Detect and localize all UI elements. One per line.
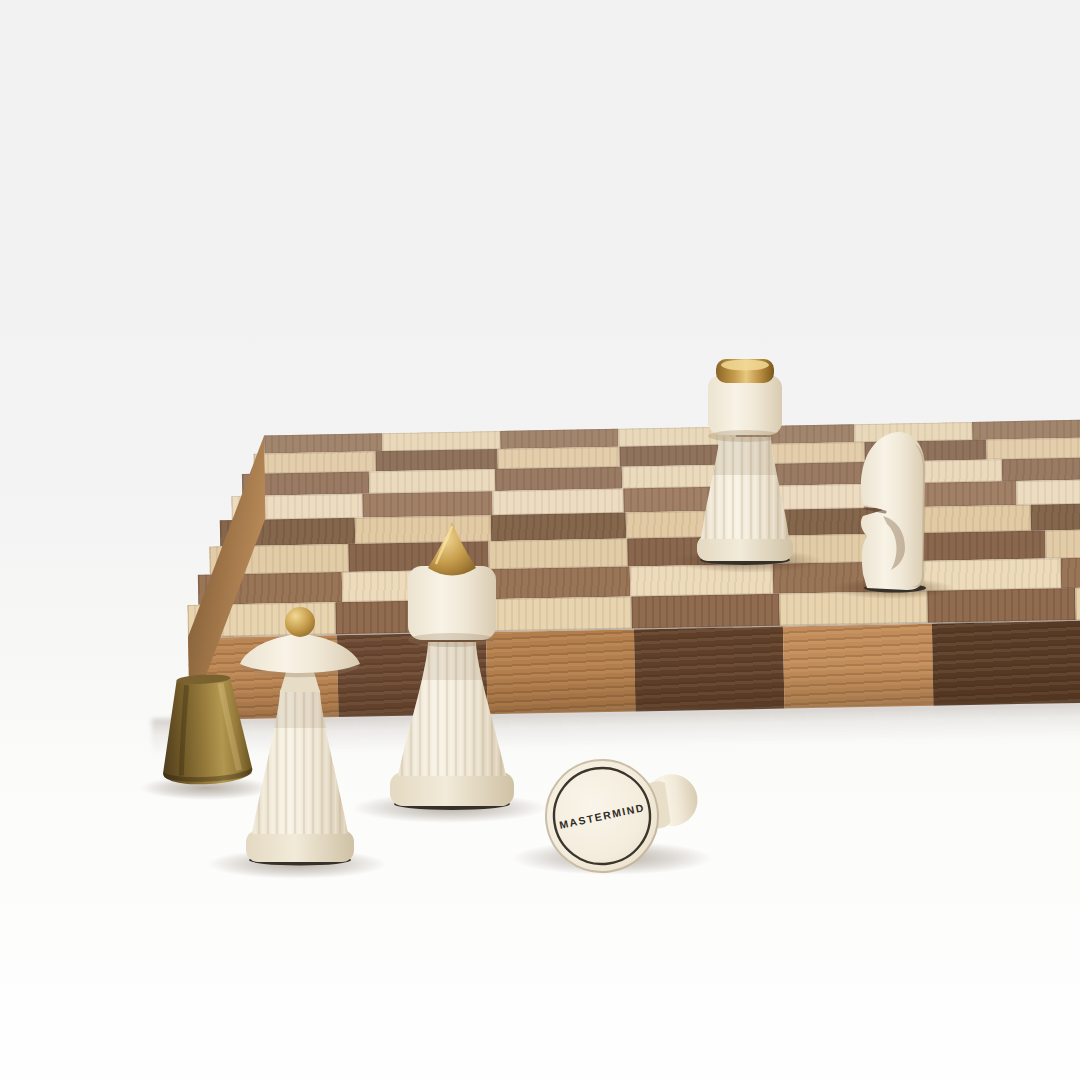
- white-king-piece: [382, 518, 522, 816]
- square-r1c6-maple: [987, 437, 1080, 459]
- square-r1c1-walnut: [375, 449, 498, 471]
- square-r0c0-walnut: [264, 433, 382, 453]
- square-r6c3-maple: [629, 564, 773, 597]
- square-r3c1-walnut: [362, 491, 493, 518]
- white-pawn-fallen-piece: MASTERMIND: [538, 748, 733, 888]
- product-photo-scene: MASTERMIND: [0, 0, 1080, 1080]
- face-block-walnut: [634, 627, 784, 712]
- square-r7c4-maple: [779, 591, 928, 626]
- square-r6c6-walnut: [1060, 555, 1080, 588]
- square-r6c5-maple: [917, 558, 1061, 591]
- brass-cup-piece: [153, 670, 265, 794]
- square-r1c0-maple: [253, 451, 376, 473]
- face-block-maple: [783, 624, 933, 709]
- white-knight-piece: [853, 424, 933, 596]
- square-r1c2-maple: [498, 447, 621, 469]
- square-r3c2-maple: [493, 489, 624, 516]
- face-block-walnut: [932, 621, 1080, 706]
- square-r7c3-walnut: [631, 594, 780, 629]
- square-r0c6-walnut: [972, 420, 1080, 440]
- square-r7c5-walnut: [927, 588, 1076, 623]
- board-top-surface: [0, 0, 1068, 4]
- square-r0c1-maple: [382, 431, 500, 451]
- square-r2c2-walnut: [495, 467, 622, 491]
- square-r0c2-walnut: [500, 429, 618, 449]
- square-r4c6-walnut: [1031, 502, 1080, 531]
- square-r3c6-maple: [1016, 479, 1080, 506]
- square-r5c6-maple: [1046, 528, 1080, 559]
- square-r7c6-maple: [1075, 585, 1080, 620]
- square-r2c6-walnut: [1001, 457, 1080, 481]
- square-r2c1-maple: [369, 469, 496, 493]
- white-rook-piece: [695, 355, 795, 567]
